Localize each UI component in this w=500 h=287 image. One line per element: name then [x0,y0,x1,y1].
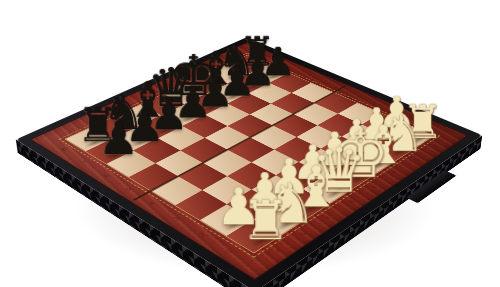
board-wood-border: abcdefgh 87654321 ♜♞♝♛♚♝♞♜♟♟♟♟♟♟♟♟♟♟♟♟♟♟… [30,42,468,279]
white-rook-a1[interactable]: ♜ [241,195,290,247]
board-squares: ♜♞♝♛♚♝♞♜♟♟♟♟♟♟♟♟♟♟♟♟♟♟♟♟♜♞♝♛♚♝♞♜ [64,54,434,252]
black-pawn-a7[interactable]: ♟ [99,116,140,159]
board-frame: abcdefgh 87654321 ♜♞♝♛♚♝♞♜♟♟♟♟♟♟♟♟♟♟♟♟♟♟… [16,37,483,287]
square-e4[interactable] [250,125,296,149]
rank-label-8: 8 [49,141,79,158]
chess-board: abcdefgh 87654321 ♜♞♝♛♚♝♞♜♟♟♟♟♟♟♟♟♟♟♟♟♟♟… [16,37,483,287]
product-photo-stage: abcdefgh 87654321 ♜♞♝♛♚♝♞♜♟♟♟♟♟♟♟♟♟♟♟♟♟♟… [0,0,500,287]
scene: abcdefgh 87654321 ♜♞♝♛♚♝♞♜♟♟♟♟♟♟♟♟♟♟♟♟♟♟… [0,0,500,287]
